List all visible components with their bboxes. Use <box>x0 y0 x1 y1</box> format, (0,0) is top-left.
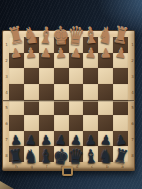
rank-label: 5 <box>4 106 9 110</box>
chess-board: ♜♞♝♚♛♝♞♜♟♟♟♟♟♟♟♟♟♟♟♟♟♟♟♟♜♞♝♚♛♝♞♜ 1122334… <box>2 30 135 171</box>
black-knight[interactable]: ♞ <box>24 148 40 167</box>
square-g6[interactable] <box>24 115 39 131</box>
black-queen[interactable]: ♛ <box>67 146 85 168</box>
white-pawn[interactable]: ♟ <box>10 46 23 60</box>
square-f6[interactable] <box>39 115 54 131</box>
rank-label: 7 <box>130 138 135 142</box>
square-d6[interactable] <box>69 115 84 131</box>
square-d3[interactable] <box>69 68 84 84</box>
white-pawn[interactable]: ♟ <box>84 46 97 60</box>
clasp <box>62 166 73 176</box>
square-c6[interactable] <box>83 115 98 131</box>
white-pawn[interactable]: ♟ <box>114 46 127 60</box>
square-f4[interactable] <box>39 84 54 100</box>
square-h4[interactable] <box>9 84 24 100</box>
square-h7[interactable]: ♟ <box>9 131 24 147</box>
square-a3[interactable] <box>113 68 128 84</box>
square-b8[interactable]: ♞ <box>98 146 113 162</box>
rank-label: 6 <box>130 122 135 126</box>
rank-label: 2 <box>130 59 135 63</box>
square-g8[interactable]: ♞ <box>24 146 39 162</box>
square-a4[interactable] <box>113 84 128 100</box>
rank-label: 7 <box>4 138 9 142</box>
rank-label: 4 <box>130 91 135 95</box>
black-bishop[interactable]: ♝ <box>83 148 99 167</box>
square-a2[interactable]: ♟ <box>113 53 128 69</box>
square-g4[interactable] <box>24 84 39 100</box>
square-f2[interactable]: ♟ <box>39 53 54 69</box>
board-fold-seam <box>3 100 134 102</box>
white-pawn[interactable]: ♟ <box>40 47 52 60</box>
square-d8[interactable]: ♛ <box>69 146 84 162</box>
rank-label: 6 <box>4 122 9 126</box>
square-f3[interactable] <box>39 68 54 84</box>
white-pawn[interactable]: ♟ <box>25 47 37 61</box>
square-f7[interactable]: ♟ <box>39 131 54 147</box>
rank-label: 3 <box>4 75 9 79</box>
white-pawn[interactable]: ♟ <box>70 47 82 61</box>
rank-label: 1 <box>130 43 135 47</box>
square-d4[interactable] <box>69 84 84 100</box>
square-c3[interactable] <box>83 68 98 84</box>
square-c4[interactable] <box>83 84 98 100</box>
rank-label: 3 <box>130 75 135 79</box>
square-e4[interactable] <box>54 84 69 100</box>
square-b6[interactable] <box>98 115 113 131</box>
square-h2[interactable]: ♟ <box>9 53 24 69</box>
photo-stage: ♜♞♝♚♛♝♞♜♟♟♟♟♟♟♟♟♟♟♟♟♟♟♟♟♜♞♝♚♛♝♞♜ 1122334… <box>0 0 142 189</box>
square-h6[interactable] <box>9 115 24 131</box>
rank-label: 5 <box>130 106 135 110</box>
square-a7[interactable]: ♟ <box>113 131 128 147</box>
rank-label: 2 <box>4 59 9 63</box>
white-rook[interactable]: ♜ <box>111 24 130 48</box>
square-b2[interactable]: ♟ <box>98 53 113 69</box>
square-e6[interactable] <box>54 115 69 131</box>
square-e8[interactable]: ♚ <box>54 146 69 162</box>
square-e3[interactable] <box>54 68 69 84</box>
square-a8[interactable]: ♜ <box>113 146 128 162</box>
square-h8[interactable]: ♜ <box>9 146 24 162</box>
rank-label: 4 <box>4 91 9 95</box>
square-h3[interactable] <box>9 68 24 84</box>
square-c2[interactable]: ♟ <box>83 53 98 69</box>
square-b3[interactable] <box>98 68 113 84</box>
rank-label: 8 <box>130 154 135 158</box>
square-d2[interactable]: ♟ <box>69 53 84 69</box>
square-g7[interactable]: ♟ <box>24 131 39 147</box>
black-rook[interactable]: ♜ <box>111 147 129 168</box>
square-g2[interactable]: ♟ <box>24 53 39 69</box>
square-c7[interactable]: ♟ <box>83 131 98 147</box>
square-b4[interactable] <box>98 84 113 100</box>
square-c8[interactable]: ♝ <box>83 146 98 162</box>
square-g3[interactable] <box>24 68 39 84</box>
white-pawn[interactable]: ♟ <box>55 47 68 61</box>
square-e2[interactable]: ♟ <box>54 53 69 69</box>
square-a6[interactable] <box>113 115 128 131</box>
white-pawn[interactable]: ♟ <box>100 47 112 60</box>
